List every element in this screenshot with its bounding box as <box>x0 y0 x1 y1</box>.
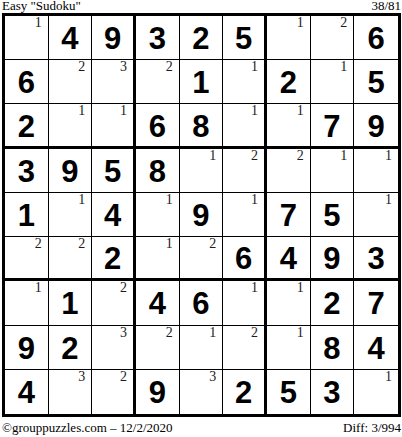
cell-r3c4[interactable]: 6 <box>136 104 180 148</box>
copyright-text: ©grouppuzzles.com – 12/2/2020 <box>2 420 173 435</box>
fill-counter: 38/81 <box>371 0 401 13</box>
given-digit: 2 <box>192 21 209 54</box>
cell-r5c8[interactable]: 5 <box>311 193 355 237</box>
given-digit: 1 <box>61 286 78 319</box>
cell-r6c4[interactable]: 1 <box>136 237 180 281</box>
cell-r5c1[interactable]: 1 <box>5 193 49 237</box>
pencil-mark: 1 <box>35 280 42 295</box>
cell-r1c4[interactable]: 3 <box>136 16 180 60</box>
cell-r2c2[interactable]: 2 <box>49 60 93 104</box>
cell-r8c3[interactable]: 3 <box>92 326 136 370</box>
cell-r8c6[interactable]: 2 <box>223 326 267 370</box>
cell-r8c1[interactable]: 9 <box>5 326 49 370</box>
cell-r3c1[interactable]: 2 <box>5 104 49 148</box>
pencil-mark: 2 <box>297 148 304 163</box>
given-digit: 5 <box>368 65 385 98</box>
cell-r7c6[interactable]: 1 <box>223 281 267 325</box>
pencil-mark: 1 <box>297 103 304 118</box>
cell-r3c6[interactable]: 1 <box>223 104 267 148</box>
cell-r1c9[interactable]: 6 <box>354 16 398 60</box>
given-digit: 5 <box>280 375 297 408</box>
given-digit: 1 <box>192 65 209 98</box>
pencil-mark: 2 <box>120 280 127 295</box>
given-digit: 3 <box>149 21 166 54</box>
given-digit: 4 <box>61 21 78 54</box>
cell-r7c4[interactable]: 4 <box>136 281 180 325</box>
cell-r1c7[interactable]: 1 <box>267 16 311 60</box>
cell-r5c9[interactable]: 1 <box>354 193 398 237</box>
pencil-mark: 1 <box>297 280 304 295</box>
given-digit: 3 <box>368 241 385 274</box>
cell-r1c1[interactable]: 1 <box>5 16 49 60</box>
pencil-mark: 1 <box>385 192 392 207</box>
cell-r6c6[interactable]: 6 <box>223 237 267 281</box>
cell-r7c2[interactable]: 1 <box>49 281 93 325</box>
cell-r6c1[interactable]: 2 <box>5 237 49 281</box>
difficulty-text: Diff: 3/994 <box>343 420 401 435</box>
given-digit: 6 <box>149 109 166 142</box>
pencil-mark: 2 <box>78 59 85 74</box>
pencil-mark: 1 <box>251 192 258 207</box>
footer-bar: ©grouppuzzles.com – 12/2/2020 Diff: 3/99… <box>2 420 401 435</box>
cell-r2c9[interactable]: 5 <box>354 60 398 104</box>
pencil-mark: 1 <box>340 148 347 163</box>
given-digit: 9 <box>368 109 385 142</box>
cell-r7c1[interactable]: 1 <box>5 281 49 325</box>
cell-r4c4[interactable]: 8 <box>136 149 180 193</box>
cell-r4c7[interactable]: 2 <box>267 149 311 193</box>
cell-r9c4[interactable]: 9 <box>136 370 180 414</box>
cell-r9c1[interactable]: 4 <box>5 370 49 414</box>
cell-r2c6[interactable]: 1 <box>223 60 267 104</box>
puzzle-title: Easy "Sudoku" <box>2 0 81 13</box>
given-digit: 9 <box>61 154 78 187</box>
cell-r2c8[interactable]: 1 <box>311 60 355 104</box>
cell-r2c3[interactable]: 3 <box>92 60 136 104</box>
cell-r6c3[interactable]: 2 <box>92 237 136 281</box>
cell-r9c5[interactable]: 3 <box>180 370 224 414</box>
pencil-mark: 1 <box>209 325 216 340</box>
cell-r7c8[interactable]: 2 <box>311 281 355 325</box>
cell-r4c8[interactable]: 1 <box>311 149 355 193</box>
cell-r5c3[interactable]: 4 <box>92 193 136 237</box>
cell-r1c5[interactable]: 2 <box>180 16 224 60</box>
pencil-mark: 2 <box>78 236 85 251</box>
cell-r4c3[interactable]: 5 <box>92 149 136 193</box>
cell-r3c7[interactable]: 1 <box>267 104 311 148</box>
cell-r6c9[interactable]: 3 <box>354 237 398 281</box>
cell-r9c6[interactable]: 2 <box>223 370 267 414</box>
given-digit: 4 <box>280 241 297 274</box>
pencil-mark: 3 <box>120 59 127 74</box>
given-digit: 1 <box>18 198 35 231</box>
given-digit: 8 <box>323 331 340 364</box>
given-digit: 2 <box>61 331 78 364</box>
cell-r7c7[interactable]: 1 <box>267 281 311 325</box>
given-digit: 2 <box>18 109 35 142</box>
cell-r2c7[interactable]: 2 <box>267 60 311 104</box>
pencil-mark: 2 <box>340 15 347 30</box>
pencil-mark: 2 <box>209 236 216 251</box>
cell-r1c8[interactable]: 2 <box>311 16 355 60</box>
given-digit: 7 <box>368 286 385 319</box>
pencil-mark: 3 <box>209 369 216 384</box>
cell-r9c9[interactable]: 1 <box>354 370 398 414</box>
given-digit: 6 <box>192 286 209 319</box>
given-digit: 5 <box>235 21 252 54</box>
cell-r2c1[interactable]: 6 <box>5 60 49 104</box>
cell-r6c2[interactable]: 2 <box>49 237 93 281</box>
cell-r4c9[interactable]: 1 <box>354 149 398 193</box>
cell-r8c2[interactable]: 2 <box>49 326 93 370</box>
given-digit: 5 <box>323 198 340 231</box>
pencil-mark: 1 <box>78 192 85 207</box>
pencil-mark: 2 <box>251 325 258 340</box>
cell-r8c8[interactable]: 8 <box>311 326 355 370</box>
pencil-mark: 1 <box>251 103 258 118</box>
given-digit: 9 <box>323 241 340 274</box>
pencil-mark: 1 <box>120 103 127 118</box>
given-digit: 3 <box>18 154 35 187</box>
given-digit: 2 <box>280 65 297 98</box>
cell-r3c2[interactable]: 1 <box>49 104 93 148</box>
pencil-mark: 1 <box>385 148 392 163</box>
cell-r3c3[interactable]: 1 <box>92 104 136 148</box>
cell-r7c5[interactable]: 6 <box>180 281 224 325</box>
pencil-mark: 1 <box>297 325 304 340</box>
pencil-mark: 1 <box>340 59 347 74</box>
cell-r8c4[interactable]: 2 <box>136 326 180 370</box>
pencil-mark: 1 <box>297 15 304 30</box>
cell-r2c4[interactable]: 2 <box>136 60 180 104</box>
pencil-mark: 1 <box>35 15 42 30</box>
pencil-mark: 2 <box>251 148 258 163</box>
given-digit: 4 <box>149 286 166 319</box>
given-digit: 9 <box>18 331 35 364</box>
cell-r5c2[interactable]: 1 <box>49 193 93 237</box>
pencil-mark: 3 <box>78 369 85 384</box>
cell-r6c8[interactable]: 9 <box>311 237 355 281</box>
cell-r1c3[interactable]: 9 <box>92 16 136 60</box>
header-bar: Easy "Sudoku" 38/81 <box>2 0 401 13</box>
pencil-mark: 2 <box>166 59 173 74</box>
cell-r8c9[interactable]: 4 <box>354 326 398 370</box>
cell-r3c8[interactable]: 7 <box>311 104 355 148</box>
given-digit: 5 <box>104 154 121 187</box>
pencil-mark: 1 <box>78 103 85 118</box>
cell-r4c5[interactable]: 1 <box>180 149 224 193</box>
cell-r3c9[interactable]: 9 <box>354 104 398 148</box>
cell-r4c2[interactable]: 9 <box>49 149 93 193</box>
cell-r4c1[interactable]: 3 <box>5 149 49 193</box>
sudoku-board: 1493251266232112152116811793958122111141… <box>2 13 401 417</box>
cell-r9c2[interactable]: 3 <box>49 370 93 414</box>
cell-r5c4[interactable]: 1 <box>136 193 180 237</box>
pencil-mark: 2 <box>35 236 42 251</box>
given-digit: 8 <box>192 109 209 142</box>
given-digit: 4 <box>18 375 35 408</box>
cell-r5c7[interactable]: 7 <box>267 193 311 237</box>
given-digit: 2 <box>235 375 252 408</box>
pencil-mark: 1 <box>166 192 173 207</box>
pencil-mark: 1 <box>251 59 258 74</box>
given-digit: 6 <box>368 21 385 54</box>
pencil-mark: 2 <box>120 369 127 384</box>
cell-r6c5[interactable]: 2 <box>180 237 224 281</box>
cell-r8c5[interactable]: 1 <box>180 326 224 370</box>
cell-r2c5[interactable]: 1 <box>180 60 224 104</box>
cell-r6c7[interactable]: 4 <box>267 237 311 281</box>
pencil-mark: 1 <box>209 148 216 163</box>
given-digit: 3 <box>323 375 340 408</box>
pencil-mark: 1 <box>385 369 392 384</box>
pencil-mark: 1 <box>251 280 258 295</box>
cell-r9c8[interactable]: 3 <box>311 370 355 414</box>
given-digit: 6 <box>235 241 252 274</box>
cell-r3c5[interactable]: 8 <box>180 104 224 148</box>
pencil-mark: 2 <box>166 325 173 340</box>
pencil-mark: 3 <box>120 325 127 340</box>
cell-r9c7[interactable]: 5 <box>267 370 311 414</box>
given-digit: 7 <box>280 198 297 231</box>
given-digit: 9 <box>192 198 209 231</box>
given-digit: 9 <box>104 21 121 54</box>
cell-r5c5[interactable]: 9 <box>180 193 224 237</box>
cell-r1c2[interactable]: 4 <box>49 16 93 60</box>
cell-r4c6[interactable]: 2 <box>223 149 267 193</box>
given-digit: 9 <box>149 375 166 408</box>
cell-r1c6[interactable]: 5 <box>223 16 267 60</box>
cell-r8c7[interactable]: 1 <box>267 326 311 370</box>
given-digit: 4 <box>368 331 385 364</box>
given-digit: 6 <box>18 65 35 98</box>
given-digit: 8 <box>149 154 166 187</box>
cell-r5c6[interactable]: 1 <box>223 193 267 237</box>
cell-r7c3[interactable]: 2 <box>92 281 136 325</box>
given-digit: 2 <box>104 241 121 274</box>
cell-r7c9[interactable]: 7 <box>354 281 398 325</box>
cell-r9c3[interactable]: 2 <box>92 370 136 414</box>
given-digit: 2 <box>323 286 340 319</box>
given-digit: 4 <box>104 198 121 231</box>
given-digit: 7 <box>323 109 340 142</box>
pencil-mark: 1 <box>166 236 173 251</box>
